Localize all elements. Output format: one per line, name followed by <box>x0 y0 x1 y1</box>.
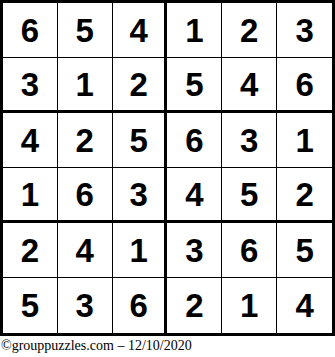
sudoku-cell-r2c2[interactable]: 1 <box>58 58 113 113</box>
sudoku-cell-r2c4[interactable]: 5 <box>167 58 222 113</box>
sudoku-cell-r1c3[interactable]: 4 <box>113 3 168 58</box>
sudoku-cell-r5c5[interactable]: 6 <box>222 223 277 278</box>
sudoku-cell-r3c3[interactable]: 5 <box>113 113 168 168</box>
sudoku-cell-r3c6[interactable]: 1 <box>277 113 332 168</box>
sudoku-cell-r5c4[interactable]: 3 <box>167 223 222 278</box>
sudoku-cell-r5c1[interactable]: 2 <box>3 223 58 278</box>
sudoku-cell-r4c1[interactable]: 1 <box>3 168 58 223</box>
sudoku-grid: 654123312546425631163452241365536214 <box>0 0 335 336</box>
sudoku-cell-r4c5[interactable]: 5 <box>222 168 277 223</box>
sudoku-cell-r1c2[interactable]: 5 <box>58 3 113 58</box>
sudoku-cell-r6c5[interactable]: 1 <box>222 278 277 333</box>
copyright-credit: ©grouppuzzles.com – 12/10/2020 <box>1 338 192 354</box>
sudoku-cell-r6c3[interactable]: 6 <box>113 278 168 333</box>
sudoku-cell-r1c1[interactable]: 6 <box>3 3 58 58</box>
sudoku-cell-r6c6[interactable]: 4 <box>277 278 332 333</box>
sudoku-cell-r2c1[interactable]: 3 <box>3 58 58 113</box>
sudoku-cell-r5c3[interactable]: 1 <box>113 223 168 278</box>
sudoku-cell-r1c5[interactable]: 2 <box>222 3 277 58</box>
sudoku-cell-r2c5[interactable]: 4 <box>222 58 277 113</box>
sudoku-cell-r1c4[interactable]: 1 <box>167 3 222 58</box>
sudoku-cell-r4c3[interactable]: 3 <box>113 168 168 223</box>
sudoku-cell-r2c6[interactable]: 6 <box>277 58 332 113</box>
sudoku-cell-r4c6[interactable]: 2 <box>277 168 332 223</box>
sudoku-cell-r2c3[interactable]: 2 <box>113 58 168 113</box>
sudoku-cell-r5c2[interactable]: 4 <box>58 223 113 278</box>
sudoku-cell-r6c1[interactable]: 5 <box>3 278 58 333</box>
sudoku-cell-r4c2[interactable]: 6 <box>58 168 113 223</box>
sudoku-cell-r1c6[interactable]: 3 <box>277 3 332 58</box>
sudoku-cell-r6c2[interactable]: 3 <box>58 278 113 333</box>
sudoku-cell-r3c2[interactable]: 2 <box>58 113 113 168</box>
sudoku-cell-r3c1[interactable]: 4 <box>3 113 58 168</box>
sudoku-cell-r3c5[interactable]: 3 <box>222 113 277 168</box>
sudoku-cell-r5c6[interactable]: 5 <box>277 223 332 278</box>
sudoku-cell-r3c4[interactable]: 6 <box>167 113 222 168</box>
sudoku-cell-r4c4[interactable]: 4 <box>167 168 222 223</box>
sudoku-cell-r6c4[interactable]: 2 <box>167 278 222 333</box>
